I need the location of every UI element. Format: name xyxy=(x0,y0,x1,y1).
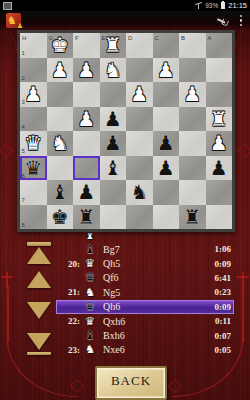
square-a2[interactable] xyxy=(206,58,233,83)
move-row-Nxe6[interactable]: 23:♞Nxe60:05 xyxy=(56,343,234,357)
move-san: Qxh6 xyxy=(97,316,125,327)
move-time: 0:11 xyxy=(215,316,234,326)
square-g8[interactable]: ♚ xyxy=(47,205,74,230)
overflow-menu-icon[interactable] xyxy=(240,15,243,27)
ornament-bottom-left-fleur xyxy=(70,379,84,393)
app-logo-knight-icon: ♞ xyxy=(7,13,17,28)
piece-bR-f8: ♜ xyxy=(73,205,100,230)
piece-wR-e1: ♜ xyxy=(100,33,127,58)
battery-icon xyxy=(221,2,225,9)
next-move-button[interactable] xyxy=(26,302,52,319)
piece-icon-wN: ♞ xyxy=(83,343,97,356)
piece-wN-g5: ♞ xyxy=(47,131,74,156)
square-d3[interactable]: ♟ xyxy=(126,82,153,107)
square-c7[interactable] xyxy=(153,180,180,205)
ornament-right-diamond xyxy=(238,144,250,158)
piece-wK-g1: ♚ xyxy=(47,33,74,58)
square-b6[interactable] xyxy=(179,156,206,181)
piece-bP-c6: ♟ xyxy=(153,156,180,181)
app-logo-pawn-icon: ♟ xyxy=(17,22,23,30)
rank-label-4: 4 xyxy=(22,124,25,130)
move-row-Qh5[interactable]: 20:♛Qh50:09 xyxy=(56,256,234,270)
square-a7[interactable] xyxy=(206,180,233,205)
piece-bK-g8: ♚ xyxy=(47,205,74,230)
piece-bP-f7: ♟ xyxy=(73,180,100,205)
rank-label-8: 8 xyxy=(22,222,25,228)
square-a3[interactable] xyxy=(206,82,233,107)
square-h5[interactable]: 5♛ xyxy=(20,131,47,156)
skip-to-start-icon xyxy=(27,242,51,246)
square-h8[interactable]: 8 xyxy=(20,205,47,230)
square-h4[interactable]: 4 xyxy=(20,107,47,132)
square-e7[interactable] xyxy=(100,180,127,205)
move-number: 23: xyxy=(56,345,83,355)
square-b2[interactable] xyxy=(179,58,206,83)
file-label-b: B xyxy=(181,35,185,41)
piece-bB-g7: ♝ xyxy=(47,180,74,205)
back-button[interactable]: BACK xyxy=(95,366,167,400)
move-list: ♝♝Bg71:0620:♛Qh50:09♛Qf66:4121:♞Ng50:23♛… xyxy=(56,233,234,357)
move-row-Bxh6[interactable]: ♝Bxh60:07 xyxy=(56,328,234,342)
square-f1[interactable]: F xyxy=(73,33,100,58)
piece-wP-a5: ♟ xyxy=(206,131,233,156)
piece-wR-a4: ♜ xyxy=(206,107,233,132)
square-e1[interactable]: E♜ xyxy=(100,33,127,58)
next-move-icon xyxy=(27,302,51,319)
piece-icon-bB: ♝ xyxy=(83,329,97,342)
square-e5[interactable]: ♟ xyxy=(100,131,127,156)
move-row-Bg7[interactable]: ♝Bg71:06 xyxy=(56,242,234,256)
piece-icon-bQ: ♛ xyxy=(83,271,97,284)
square-f2[interactable]: ♟ xyxy=(73,58,100,83)
piece-icon-wQ: ♛ xyxy=(83,257,97,270)
piece-icon-wQ: ♛ xyxy=(83,315,97,328)
square-a8[interactable] xyxy=(206,205,233,230)
square-c8[interactable] xyxy=(153,205,180,230)
piece-wP-c2: ♟ xyxy=(153,58,180,83)
square-b4[interactable] xyxy=(179,107,206,132)
square-d4[interactable] xyxy=(126,107,153,132)
rank-label-2: 2 xyxy=(22,75,25,81)
piece-bP-c5: ♟ xyxy=(153,131,180,156)
move-san: Qf6 xyxy=(97,272,119,283)
square-e6[interactable]: ♝ xyxy=(100,156,127,181)
square-b3[interactable]: ♟ xyxy=(179,82,206,107)
square-h6[interactable]: 6♛ xyxy=(20,156,47,181)
square-a1[interactable]: A xyxy=(206,33,233,58)
square-g3[interactable] xyxy=(47,82,74,107)
piece-icon-bQ: ♛ xyxy=(83,300,97,313)
previous-move-button[interactable] xyxy=(26,271,52,288)
square-h2[interactable]: 2 xyxy=(20,58,47,83)
square-d2[interactable] xyxy=(126,58,153,83)
square-b5[interactable] xyxy=(179,131,206,156)
action-bar: ♞ ♟ xyxy=(0,11,250,30)
battery-percent: 93% xyxy=(205,2,218,9)
square-a6[interactable]: ♟ xyxy=(206,156,233,181)
square-a5[interactable]: ♟ xyxy=(206,131,233,156)
square-g1[interactable]: G♚ xyxy=(47,33,74,58)
file-label-a: A xyxy=(208,35,212,41)
move-row-Ng5[interactable]: 21:♞Ng50:23 xyxy=(56,285,234,299)
status-bar: 93% 21:15 xyxy=(0,0,250,11)
square-c4[interactable] xyxy=(153,107,180,132)
move-time: 0:09 xyxy=(215,302,235,312)
rank-label-7: 7 xyxy=(22,197,25,203)
square-g2[interactable]: ♟ xyxy=(47,58,74,83)
square-c6[interactable]: ♟ xyxy=(153,156,180,181)
move-san: Nxe6 xyxy=(97,344,125,355)
move-row-Qh6[interactable]: ♛Qh60:09 xyxy=(56,300,234,314)
piece-wP-d3: ♟ xyxy=(126,82,153,107)
file-label-d: D xyxy=(128,35,132,41)
move-san: Bg7 xyxy=(97,244,120,255)
square-b8[interactable]: ♜ xyxy=(179,205,206,230)
settings-wrench-icon[interactable] xyxy=(212,12,229,29)
square-f3[interactable] xyxy=(73,82,100,107)
notification-icon xyxy=(3,2,12,10)
signal-icon xyxy=(195,2,202,9)
square-e4[interactable]: ♟ xyxy=(100,107,127,132)
square-d5[interactable] xyxy=(126,131,153,156)
piece-bP-a6: ♟ xyxy=(206,156,233,181)
move-san: Qh6 xyxy=(97,301,120,312)
square-f6[interactable] xyxy=(73,156,100,181)
ornament-bottom-right-fleur xyxy=(168,379,182,393)
file-label-c: C xyxy=(155,35,159,41)
skip-to-end-icon xyxy=(27,352,51,356)
square-f7[interactable]: ♟ xyxy=(73,180,100,205)
ornament-left-cross xyxy=(1,272,13,288)
piece-icon-bB: ♝ xyxy=(83,243,97,256)
square-a4[interactable]: ♜ xyxy=(206,107,233,132)
square-d6[interactable] xyxy=(126,156,153,181)
ornament-right-cross xyxy=(237,272,249,288)
square-h1[interactable]: H1 xyxy=(20,33,47,58)
square-c3[interactable] xyxy=(153,82,180,107)
previous-move-icon xyxy=(27,271,51,288)
app-logo-icon: ♞ ♟ xyxy=(6,13,21,28)
piece-bB-e6: ♝ xyxy=(100,156,127,181)
square-d1[interactable]: D xyxy=(126,33,153,58)
move-time: 0:05 xyxy=(215,345,235,355)
move-time: 0:09 xyxy=(215,259,235,269)
move-number: 21: xyxy=(56,287,83,297)
board: H1G♚FE♜DCBA2♟♟♞♟3♟♟♟4♟♟♜5♛♞♟♟♟6♛♝♟♟7♝♟♞8… xyxy=(17,30,235,232)
ornament-left-diamond xyxy=(0,144,13,158)
move-row-partial[interactable]: ♝ xyxy=(56,233,234,242)
move-san: Bxh6 xyxy=(97,330,125,341)
piece-wP-f4: ♟ xyxy=(73,107,100,132)
piece-icon-wN: ♞ xyxy=(83,286,97,299)
move-time: 0:07 xyxy=(215,331,235,341)
piece-bN-d7: ♞ xyxy=(126,180,153,205)
square-f8[interactable]: ♜ xyxy=(73,205,100,230)
square-b7[interactable] xyxy=(179,180,206,205)
piece-wP-h3: ♟ xyxy=(20,82,47,107)
move-time: 1:06 xyxy=(215,244,235,254)
piece-wN-e2: ♞ xyxy=(100,58,127,83)
square-g6[interactable] xyxy=(47,156,74,181)
square-g7[interactable]: ♝ xyxy=(47,180,74,205)
ornament-right-line xyxy=(242,286,244,342)
piece-bR-b8: ♜ xyxy=(179,205,206,230)
square-g4[interactable] xyxy=(47,107,74,132)
screen: 93% 21:15 ♞ ♟ H1G♚FE♜DCBA2♟♟♞♟3♟♟♟4♟♟♜5♛… xyxy=(0,0,250,400)
piece-bP-e4: ♟ xyxy=(100,107,127,132)
move-row-Qf6[interactable]: ♛Qf66:41 xyxy=(56,271,234,285)
skip-to-end-button[interactable] xyxy=(26,333,52,355)
move-row-Qxh6[interactable]: 22:♛Qxh60:11 xyxy=(56,314,234,328)
piece-wP-b3: ♟ xyxy=(179,82,206,107)
square-g5[interactable]: ♞ xyxy=(47,131,74,156)
square-c2[interactable]: ♟ xyxy=(153,58,180,83)
piece-icon-wB: ♝ xyxy=(83,233,97,242)
square-e2[interactable]: ♞ xyxy=(100,58,127,83)
square-f4[interactable]: ♟ xyxy=(73,107,100,132)
skip-to-end-icon xyxy=(27,333,51,350)
piece-wP-f2: ♟ xyxy=(73,58,100,83)
square-c5[interactable]: ♟ xyxy=(153,131,180,156)
move-time: 0:23 xyxy=(215,287,235,297)
square-h3[interactable]: 3♟ xyxy=(20,82,47,107)
rank-label-1: 1 xyxy=(22,50,25,56)
piece-bQ-h6: ♛ xyxy=(20,156,47,181)
file-label-h: H xyxy=(22,35,26,41)
square-d7[interactable]: ♞ xyxy=(126,180,153,205)
file-label-f: F xyxy=(75,35,79,41)
piece-bP-e5: ♟ xyxy=(100,131,127,156)
square-b1[interactable]: B xyxy=(179,33,206,58)
square-h7[interactable]: 7 xyxy=(20,180,47,205)
move-time: 6:41 xyxy=(215,273,235,283)
square-d8[interactable] xyxy=(126,205,153,230)
move-number: 20: xyxy=(56,259,83,269)
clock-time: 21:15 xyxy=(228,1,247,10)
skip-to-start-button[interactable] xyxy=(26,242,52,264)
move-san: Ng5 xyxy=(97,287,120,298)
skip-to-start-icon xyxy=(27,247,51,264)
piece-wQ-h5: ♛ xyxy=(20,131,47,156)
square-e8[interactable] xyxy=(100,205,127,230)
piece-wP-g2: ♟ xyxy=(47,58,74,83)
move-nav-buttons xyxy=(26,242,52,364)
square-f5[interactable] xyxy=(73,131,100,156)
square-e3[interactable] xyxy=(100,82,127,107)
move-san: Qh5 xyxy=(97,258,120,269)
square-c1[interactable]: C xyxy=(153,33,180,58)
ornament-left-line xyxy=(7,286,9,342)
move-number: 22: xyxy=(56,316,83,326)
